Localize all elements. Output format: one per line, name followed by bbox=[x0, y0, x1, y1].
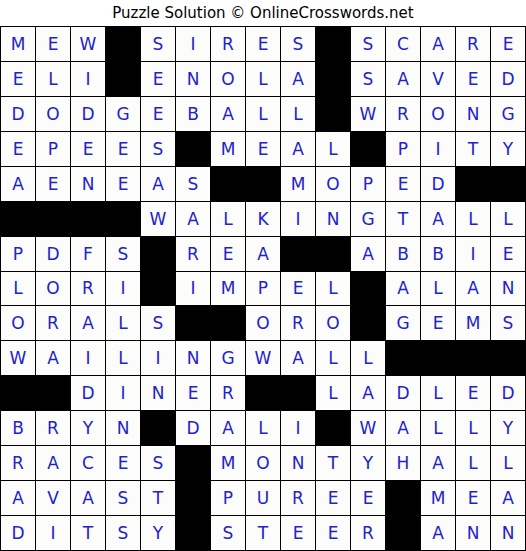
letter-cell: I bbox=[71, 62, 105, 96]
black-cell bbox=[1, 202, 35, 236]
black-cell bbox=[211, 306, 245, 340]
black-cell bbox=[491, 341, 525, 375]
letter-cell: S bbox=[351, 27, 385, 61]
letter-cell: L bbox=[316, 132, 350, 166]
letter-cell: N bbox=[176, 62, 210, 96]
letter-cell: S bbox=[141, 27, 175, 61]
letter-cell: T bbox=[456, 132, 490, 166]
letter-cell: N bbox=[71, 167, 105, 201]
black-cell bbox=[351, 272, 385, 306]
letter-cell: L bbox=[491, 446, 525, 480]
letter-cell: E bbox=[491, 27, 525, 61]
letter-cell: S bbox=[491, 306, 525, 340]
letter-cell: E bbox=[316, 481, 350, 515]
black-cell bbox=[36, 376, 70, 410]
letter-cell: A bbox=[421, 446, 455, 480]
letter-cell: W bbox=[351, 411, 385, 445]
letter-cell: R bbox=[211, 27, 245, 61]
letter-cell: O bbox=[316, 167, 350, 201]
letter-cell: E bbox=[456, 376, 490, 410]
letter-cell: S bbox=[211, 516, 245, 550]
black-cell bbox=[316, 62, 350, 96]
letter-cell: W bbox=[141, 202, 175, 236]
letter-cell: A bbox=[211, 97, 245, 131]
letter-cell: T bbox=[71, 516, 105, 550]
letter-cell: M bbox=[211, 446, 245, 480]
letter-cell: A bbox=[176, 202, 210, 236]
black-cell bbox=[316, 97, 350, 131]
title-bar: Puzzle Solution © OnlineCrosswords.net bbox=[0, 0, 526, 26]
letter-cell: E bbox=[36, 27, 70, 61]
letter-cell: A bbox=[1, 167, 35, 201]
letter-cell: S bbox=[351, 62, 385, 96]
letter-cell: A bbox=[456, 272, 490, 306]
letter-cell: Y bbox=[491, 132, 525, 166]
letter-cell: A bbox=[386, 62, 420, 96]
letter-cell: A bbox=[421, 27, 455, 61]
black-cell bbox=[281, 376, 315, 410]
letter-cell: Y bbox=[491, 411, 525, 445]
letter-cell: L bbox=[246, 97, 280, 131]
black-cell bbox=[386, 481, 420, 515]
letter-cell: E bbox=[491, 237, 525, 271]
black-cell bbox=[351, 132, 385, 166]
letter-cell: R bbox=[351, 516, 385, 550]
letter-cell: E bbox=[456, 481, 490, 515]
letter-cell: O bbox=[1, 306, 35, 340]
letter-cell: P bbox=[246, 272, 280, 306]
letter-cell: E bbox=[106, 132, 140, 166]
letter-cell: H bbox=[386, 446, 420, 480]
letter-cell: B bbox=[176, 97, 210, 131]
letter-cell: N bbox=[456, 516, 490, 550]
letter-cell: L bbox=[246, 62, 280, 96]
black-cell bbox=[141, 411, 175, 445]
letter-cell: D bbox=[491, 62, 525, 96]
letter-cell: G bbox=[211, 341, 245, 375]
letter-cell: E bbox=[246, 27, 280, 61]
black-cell bbox=[106, 202, 140, 236]
black-cell bbox=[246, 167, 280, 201]
letter-cell: L bbox=[211, 202, 245, 236]
letter-cell: D bbox=[176, 411, 210, 445]
letter-cell: T bbox=[141, 481, 175, 515]
letter-cell: R bbox=[281, 306, 315, 340]
letter-cell: S bbox=[106, 237, 140, 271]
letter-cell: D bbox=[36, 237, 70, 271]
letter-cell: O bbox=[316, 306, 350, 340]
letter-cell: I bbox=[281, 202, 315, 236]
letter-cell: L bbox=[456, 411, 490, 445]
letter-cell: A bbox=[281, 62, 315, 96]
letter-cell: D bbox=[386, 376, 420, 410]
letter-cell: M bbox=[1, 27, 35, 61]
letter-cell: E bbox=[106, 167, 140, 201]
letter-cell: W bbox=[1, 341, 35, 375]
letter-cell: R bbox=[386, 97, 420, 131]
letter-cell: I bbox=[176, 27, 210, 61]
letter-cell: R bbox=[281, 481, 315, 515]
letter-cell: S bbox=[106, 516, 140, 550]
letter-cell: G bbox=[386, 306, 420, 340]
black-cell bbox=[386, 341, 420, 375]
black-cell bbox=[456, 341, 490, 375]
letter-cell: O bbox=[211, 62, 245, 96]
letter-cell: A bbox=[71, 306, 105, 340]
letter-cell: O bbox=[421, 97, 455, 131]
letter-cell: A bbox=[246, 237, 280, 271]
letter-cell: S bbox=[141, 446, 175, 480]
letter-cell: D bbox=[421, 167, 455, 201]
letter-cell: A bbox=[421, 202, 455, 236]
letter-cell: S bbox=[141, 306, 175, 340]
black-cell bbox=[316, 27, 350, 61]
letter-cell: L bbox=[421, 411, 455, 445]
letter-cell: N bbox=[141, 376, 175, 410]
letter-cell: L bbox=[316, 341, 350, 375]
letter-cell: I bbox=[456, 237, 490, 271]
letter-cell: L bbox=[421, 272, 455, 306]
black-cell bbox=[386, 516, 420, 550]
letter-cell: Y bbox=[141, 516, 175, 550]
letter-cell: D bbox=[71, 376, 105, 410]
letter-cell: D bbox=[1, 516, 35, 550]
letter-cell: L bbox=[316, 272, 350, 306]
letter-cell: B bbox=[421, 237, 455, 271]
letter-cell: S bbox=[176, 167, 210, 201]
letter-cell: L bbox=[106, 306, 140, 340]
black-cell bbox=[141, 272, 175, 306]
letter-cell: I bbox=[106, 272, 140, 306]
letter-cell: D bbox=[71, 97, 105, 131]
letter-cell: B bbox=[386, 237, 420, 271]
letter-cell: Y bbox=[71, 411, 105, 445]
letter-cell: A bbox=[211, 411, 245, 445]
letter-cell: N bbox=[491, 516, 525, 550]
letter-cell: N bbox=[491, 272, 525, 306]
black-cell bbox=[106, 27, 140, 61]
letter-cell: A bbox=[36, 341, 70, 375]
black-cell bbox=[281, 237, 315, 271]
black-cell bbox=[351, 306, 385, 340]
letter-cell: O bbox=[246, 306, 280, 340]
letter-cell: W bbox=[246, 341, 280, 375]
letter-cell: E bbox=[281, 516, 315, 550]
letter-cell: G bbox=[351, 202, 385, 236]
letter-cell: E bbox=[246, 132, 280, 166]
letter-cell: E bbox=[141, 97, 175, 131]
letter-cell: A bbox=[1, 481, 35, 515]
letter-cell: T bbox=[386, 202, 420, 236]
letter-cell: P bbox=[386, 132, 420, 166]
letter-cell: L bbox=[456, 446, 490, 480]
letter-cell: A bbox=[386, 272, 420, 306]
letter-cell: A bbox=[351, 237, 385, 271]
letter-cell: O bbox=[246, 446, 280, 480]
letter-cell: I bbox=[141, 341, 175, 375]
letter-cell: M bbox=[421, 481, 455, 515]
black-cell bbox=[491, 167, 525, 201]
letter-cell: R bbox=[456, 27, 490, 61]
letter-cell: R bbox=[71, 272, 105, 306]
letter-cell: N bbox=[456, 97, 490, 131]
letter-cell: C bbox=[71, 446, 105, 480]
letter-cell: T bbox=[246, 516, 280, 550]
letter-cell: E bbox=[421, 306, 455, 340]
letter-cell: A bbox=[491, 481, 525, 515]
letter-cell: R bbox=[36, 306, 70, 340]
letter-cell: I bbox=[421, 132, 455, 166]
black-cell bbox=[176, 446, 210, 480]
crossword-solution-page: Puzzle Solution © OnlineCrosswords.net M… bbox=[0, 0, 526, 551]
crossword-grid: MEWSIRESSCAREELIENOLASAVEDDODGEBALLWRONG… bbox=[0, 26, 526, 551]
letter-cell: D bbox=[491, 376, 525, 410]
letter-cell: E bbox=[1, 62, 35, 96]
letter-cell: M bbox=[456, 306, 490, 340]
black-cell bbox=[176, 516, 210, 550]
letter-cell: E bbox=[36, 167, 70, 201]
letter-cell: E bbox=[351, 481, 385, 515]
black-cell bbox=[176, 481, 210, 515]
black-cell bbox=[421, 341, 455, 375]
letter-cell: E bbox=[456, 62, 490, 96]
black-cell bbox=[71, 202, 105, 236]
letter-cell: K bbox=[246, 202, 280, 236]
letter-cell: I bbox=[106, 376, 140, 410]
letter-cell: A bbox=[281, 132, 315, 166]
letter-cell: M bbox=[211, 132, 245, 166]
letter-cell: S bbox=[141, 132, 175, 166]
letter-cell: E bbox=[211, 237, 245, 271]
letter-cell: E bbox=[71, 132, 105, 166]
letter-cell: E bbox=[386, 167, 420, 201]
letter-cell: L bbox=[281, 97, 315, 131]
black-cell bbox=[1, 376, 35, 410]
letter-cell: O bbox=[36, 97, 70, 131]
letter-cell: L bbox=[316, 376, 350, 410]
letter-cell: N bbox=[316, 202, 350, 236]
black-cell bbox=[246, 376, 280, 410]
black-cell bbox=[211, 167, 245, 201]
letter-cell: E bbox=[176, 376, 210, 410]
letter-cell: E bbox=[141, 62, 175, 96]
letter-cell: R bbox=[176, 237, 210, 271]
black-cell bbox=[316, 237, 350, 271]
black-cell bbox=[456, 167, 490, 201]
letter-cell: N bbox=[281, 446, 315, 480]
letter-cell: F bbox=[71, 237, 105, 271]
letter-cell: P bbox=[36, 132, 70, 166]
black-cell bbox=[106, 62, 140, 96]
letter-cell: A bbox=[351, 376, 385, 410]
letter-cell: S bbox=[281, 27, 315, 61]
letter-cell: P bbox=[211, 481, 245, 515]
letter-cell: M bbox=[211, 272, 245, 306]
letter-cell: W bbox=[71, 27, 105, 61]
letter-cell: P bbox=[351, 167, 385, 201]
letter-cell: O bbox=[36, 272, 70, 306]
letter-cell: N bbox=[176, 341, 210, 375]
letter-cell: D bbox=[1, 97, 35, 131]
letter-cell: I bbox=[71, 341, 105, 375]
letter-cell: T bbox=[316, 446, 350, 480]
letter-cell: E bbox=[316, 516, 350, 550]
letter-cell: L bbox=[1, 272, 35, 306]
letter-cell: L bbox=[456, 202, 490, 236]
letter-cell: E bbox=[281, 272, 315, 306]
black-cell bbox=[176, 306, 210, 340]
black-cell bbox=[316, 411, 350, 445]
letter-cell: E bbox=[1, 132, 35, 166]
letter-cell: U bbox=[246, 481, 280, 515]
black-cell bbox=[176, 132, 210, 166]
page-title: Puzzle Solution © OnlineCrosswords.net bbox=[112, 4, 413, 22]
letter-cell: I bbox=[176, 272, 210, 306]
black-cell bbox=[36, 202, 70, 236]
letter-cell: A bbox=[281, 341, 315, 375]
letter-cell: A bbox=[421, 516, 455, 550]
letter-cell: G bbox=[106, 97, 140, 131]
letter-cell: A bbox=[386, 411, 420, 445]
letter-cell: P bbox=[1, 237, 35, 271]
letter-cell: I bbox=[36, 516, 70, 550]
letter-cell: A bbox=[71, 481, 105, 515]
letter-cell: L bbox=[36, 62, 70, 96]
letter-cell: C bbox=[386, 27, 420, 61]
letter-cell: A bbox=[36, 446, 70, 480]
letter-cell: R bbox=[211, 376, 245, 410]
letter-cell: V bbox=[36, 481, 70, 515]
letter-cell: B bbox=[1, 411, 35, 445]
letter-cell: E bbox=[106, 446, 140, 480]
letter-cell: M bbox=[281, 167, 315, 201]
letter-cell: N bbox=[106, 411, 140, 445]
letter-cell: G bbox=[491, 97, 525, 131]
letter-cell: R bbox=[1, 446, 35, 480]
letter-cell: L bbox=[421, 376, 455, 410]
letter-cell: L bbox=[491, 202, 525, 236]
letter-cell: L bbox=[106, 341, 140, 375]
letter-cell: I bbox=[281, 411, 315, 445]
letter-cell: W bbox=[351, 97, 385, 131]
letter-cell: L bbox=[351, 341, 385, 375]
letter-cell: A bbox=[141, 167, 175, 201]
letter-cell: L bbox=[246, 411, 280, 445]
letter-cell: V bbox=[421, 62, 455, 96]
black-cell bbox=[141, 237, 175, 271]
letter-cell: R bbox=[36, 411, 70, 445]
letter-cell: Y bbox=[351, 446, 385, 480]
letter-cell: S bbox=[106, 481, 140, 515]
